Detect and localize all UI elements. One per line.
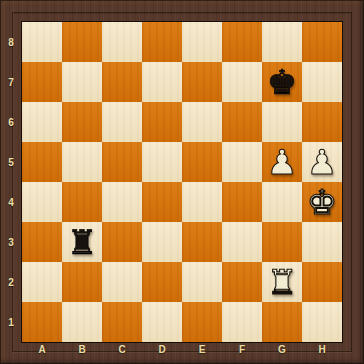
square-g6[interactable]: [262, 102, 302, 142]
square-a2[interactable]: [22, 262, 62, 302]
square-b2[interactable]: [62, 262, 102, 302]
file-label-e: E: [182, 343, 222, 363]
square-a3[interactable]: [22, 222, 62, 262]
square-h4[interactable]: ♚: [302, 182, 342, 222]
square-e7[interactable]: [182, 62, 222, 102]
square-d3[interactable]: [142, 222, 182, 262]
square-f2[interactable]: [222, 262, 262, 302]
square-b1[interactable]: [62, 302, 102, 342]
square-e1[interactable]: [182, 302, 222, 342]
file-label-h: H: [302, 343, 342, 363]
square-d4[interactable]: [142, 182, 182, 222]
rank-label-4: 4: [0, 182, 22, 222]
square-a1[interactable]: [22, 302, 62, 342]
file-label-d: D: [142, 343, 182, 363]
black-rook[interactable]: ♜: [67, 225, 97, 259]
file-label-b: B: [62, 343, 102, 363]
square-e5[interactable]: [182, 142, 222, 182]
square-h1[interactable]: [302, 302, 342, 342]
chess-board: ♚♟♟♚♜♜: [22, 22, 342, 342]
square-h7[interactable]: [302, 62, 342, 102]
square-f4[interactable]: [222, 182, 262, 222]
square-e6[interactable]: [182, 102, 222, 142]
rank-label-2: 2: [0, 262, 22, 302]
square-d5[interactable]: [142, 142, 182, 182]
square-a4[interactable]: [22, 182, 62, 222]
square-c1[interactable]: [102, 302, 142, 342]
white-pawn[interactable]: ♟: [267, 145, 297, 179]
chess-board-frame: ♚♟♟♚♜♜ 87654321ABCDEFGH: [0, 0, 364, 364]
square-c4[interactable]: [102, 182, 142, 222]
square-a7[interactable]: [22, 62, 62, 102]
square-g2[interactable]: ♜: [262, 262, 302, 302]
rank-label-8: 8: [0, 22, 22, 62]
white-pawn[interactable]: ♟: [307, 145, 337, 179]
square-a8[interactable]: [22, 22, 62, 62]
square-c5[interactable]: [102, 142, 142, 182]
square-a6[interactable]: [22, 102, 62, 142]
square-f1[interactable]: [222, 302, 262, 342]
square-b6[interactable]: [62, 102, 102, 142]
square-g5[interactable]: ♟: [262, 142, 302, 182]
square-c2[interactable]: [102, 262, 142, 302]
square-d6[interactable]: [142, 102, 182, 142]
square-g1[interactable]: [262, 302, 302, 342]
square-e2[interactable]: [182, 262, 222, 302]
rank-label-3: 3: [0, 222, 22, 262]
white-rook[interactable]: ♜: [267, 265, 297, 299]
white-king[interactable]: ♚: [307, 185, 337, 219]
file-label-c: C: [102, 343, 142, 363]
square-d1[interactable]: [142, 302, 182, 342]
rank-label-6: 6: [0, 102, 22, 142]
square-e3[interactable]: [182, 222, 222, 262]
square-f3[interactable]: [222, 222, 262, 262]
square-c8[interactable]: [102, 22, 142, 62]
square-b5[interactable]: [62, 142, 102, 182]
file-label-f: F: [222, 343, 262, 363]
square-g7[interactable]: ♚: [262, 62, 302, 102]
square-f6[interactable]: [222, 102, 262, 142]
square-c6[interactable]: [102, 102, 142, 142]
square-f7[interactable]: [222, 62, 262, 102]
square-h5[interactable]: ♟: [302, 142, 342, 182]
file-label-a: A: [22, 343, 62, 363]
square-d2[interactable]: [142, 262, 182, 302]
square-h8[interactable]: [302, 22, 342, 62]
square-b4[interactable]: [62, 182, 102, 222]
square-h6[interactable]: [302, 102, 342, 142]
square-d8[interactable]: [142, 22, 182, 62]
square-c7[interactable]: [102, 62, 142, 102]
square-h2[interactable]: [302, 262, 342, 302]
square-g3[interactable]: [262, 222, 302, 262]
square-b7[interactable]: [62, 62, 102, 102]
square-e8[interactable]: [182, 22, 222, 62]
black-king[interactable]: ♚: [267, 65, 297, 99]
square-e4[interactable]: [182, 182, 222, 222]
rank-label-7: 7: [0, 62, 22, 102]
square-f8[interactable]: [222, 22, 262, 62]
square-f5[interactable]: [222, 142, 262, 182]
square-c3[interactable]: [102, 222, 142, 262]
square-h3[interactable]: [302, 222, 342, 262]
square-g4[interactable]: [262, 182, 302, 222]
square-d7[interactable]: [142, 62, 182, 102]
rank-label-1: 1: [0, 302, 22, 342]
file-label-g: G: [262, 343, 302, 363]
square-a5[interactable]: [22, 142, 62, 182]
square-b8[interactable]: [62, 22, 102, 62]
square-b3[interactable]: ♜: [62, 222, 102, 262]
square-g8[interactable]: [262, 22, 302, 62]
rank-label-5: 5: [0, 142, 22, 182]
